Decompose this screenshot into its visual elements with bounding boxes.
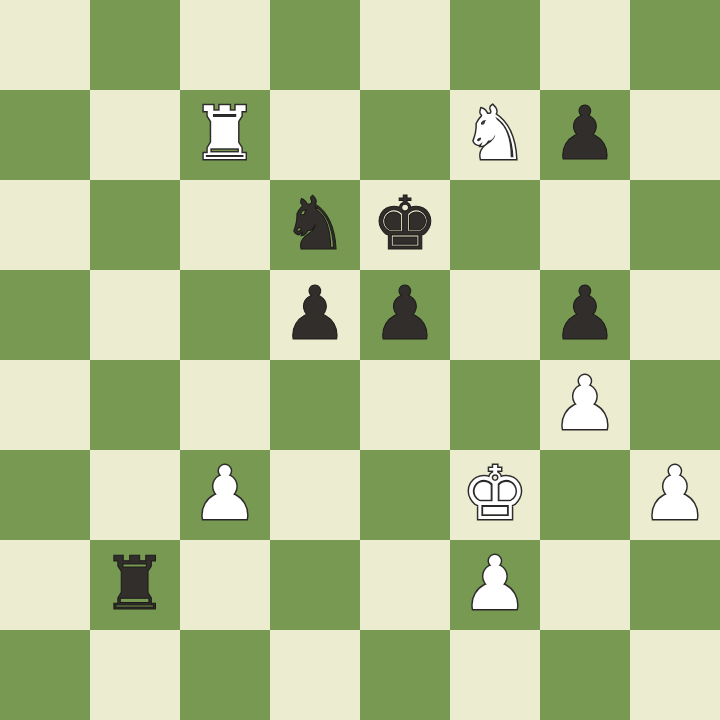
square-h8[interactable] [630,0,720,90]
square-f6[interactable] [450,180,540,270]
square-d3[interactable] [270,450,360,540]
square-b2[interactable]: ♜ [90,540,180,630]
square-g4[interactable]: ♟ [540,360,630,450]
square-e1[interactable] [360,630,450,720]
square-h7[interactable] [630,90,720,180]
square-d4[interactable] [270,360,360,450]
square-h6[interactable] [630,180,720,270]
square-e8[interactable] [360,0,450,90]
square-h3[interactable]: ♟ [630,450,720,540]
square-c8[interactable] [180,0,270,90]
square-g5[interactable]: ♟ [540,270,630,360]
square-e2[interactable] [360,540,450,630]
square-b5[interactable] [90,270,180,360]
white-rook-piece[interactable]: ♜ [192,96,258,170]
square-a5[interactable] [0,270,90,360]
square-e5[interactable]: ♟ [360,270,450,360]
square-f4[interactable] [450,360,540,450]
square-f3[interactable]: ♚ [450,450,540,540]
square-c2[interactable] [180,540,270,630]
black-rook-piece[interactable]: ♜ [102,546,168,620]
square-g3[interactable] [540,450,630,540]
square-f7[interactable]: ♞ [450,90,540,180]
square-f5[interactable] [450,270,540,360]
black-pawn-piece[interactable]: ♟ [372,276,438,350]
white-pawn-piece[interactable]: ♟ [192,456,258,530]
square-d2[interactable] [270,540,360,630]
square-e3[interactable] [360,450,450,540]
square-c4[interactable] [180,360,270,450]
square-h2[interactable] [630,540,720,630]
square-h1[interactable] [630,630,720,720]
black-pawn-piece[interactable]: ♟ [552,276,618,350]
square-d1[interactable] [270,630,360,720]
square-e6[interactable]: ♚ [360,180,450,270]
chess-board: ♜♞♟♞♚♟♟♟♟♟♚♟♜♟ [0,0,720,720]
white-pawn-piece[interactable]: ♟ [642,456,708,530]
square-a3[interactable] [0,450,90,540]
black-king-piece[interactable]: ♚ [372,186,438,260]
square-a4[interactable] [0,360,90,450]
square-d8[interactable] [270,0,360,90]
square-a1[interactable] [0,630,90,720]
square-a2[interactable] [0,540,90,630]
square-b8[interactable] [90,0,180,90]
square-d7[interactable] [270,90,360,180]
square-d5[interactable]: ♟ [270,270,360,360]
square-h5[interactable] [630,270,720,360]
white-pawn-piece[interactable]: ♟ [552,366,618,440]
square-c1[interactable] [180,630,270,720]
square-b4[interactable] [90,360,180,450]
square-b6[interactable] [90,180,180,270]
white-king-piece[interactable]: ♚ [462,456,528,530]
black-knight-piece[interactable]: ♞ [282,186,348,260]
square-d6[interactable]: ♞ [270,180,360,270]
square-b3[interactable] [90,450,180,540]
black-pawn-piece[interactable]: ♟ [282,276,348,350]
square-g1[interactable] [540,630,630,720]
square-g6[interactable] [540,180,630,270]
square-g2[interactable] [540,540,630,630]
white-knight-piece[interactable]: ♞ [462,96,528,170]
square-f1[interactable] [450,630,540,720]
square-a8[interactable] [0,0,90,90]
square-c6[interactable] [180,180,270,270]
square-e4[interactable] [360,360,450,450]
square-f2[interactable]: ♟ [450,540,540,630]
black-pawn-piece[interactable]: ♟ [552,96,618,170]
square-g7[interactable]: ♟ [540,90,630,180]
square-a7[interactable] [0,90,90,180]
square-g8[interactable] [540,0,630,90]
square-c3[interactable]: ♟ [180,450,270,540]
square-f8[interactable] [450,0,540,90]
square-c7[interactable]: ♜ [180,90,270,180]
square-h4[interactable] [630,360,720,450]
square-b7[interactable] [90,90,180,180]
square-b1[interactable] [90,630,180,720]
square-e7[interactable] [360,90,450,180]
white-pawn-piece[interactable]: ♟ [462,546,528,620]
square-c5[interactable] [180,270,270,360]
square-a6[interactable] [0,180,90,270]
